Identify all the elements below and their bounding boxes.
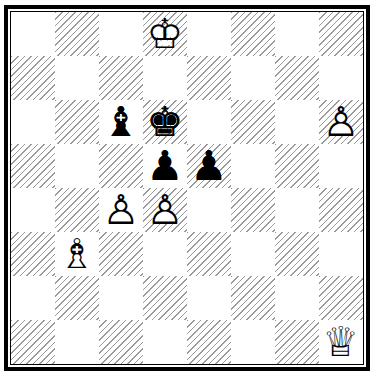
- square-e7: [187, 56, 231, 100]
- white-pawn-h6: ♟♙: [319, 100, 363, 144]
- square-f6: [231, 100, 275, 144]
- square-h4: [319, 188, 363, 232]
- square-c7: [99, 56, 143, 100]
- square-d4: ♟♙: [143, 188, 187, 232]
- square-h3: [319, 232, 363, 276]
- square-b3: ♝♗: [55, 232, 99, 276]
- square-a4: [11, 188, 55, 232]
- square-b4: [55, 188, 99, 232]
- square-b6: [55, 100, 99, 144]
- square-f1: [231, 320, 275, 364]
- black-bishop-icon: ♝: [99, 100, 143, 144]
- black-bishop-c6: ♝♝: [99, 100, 143, 144]
- square-a1: [11, 320, 55, 364]
- square-g3: [275, 232, 319, 276]
- square-h8: [319, 12, 363, 56]
- white-bishop-b3: ♝♗: [55, 232, 99, 276]
- square-a6: [11, 100, 55, 144]
- black-king-d6: ♚♚: [143, 100, 187, 144]
- square-f4: [231, 188, 275, 232]
- square-c1: [99, 320, 143, 364]
- square-f8: [231, 12, 275, 56]
- black-pawn-e5: ♟♟: [187, 144, 231, 188]
- square-b1: [55, 320, 99, 364]
- square-d8: ♚♔: [143, 12, 187, 56]
- square-a7: [11, 56, 55, 100]
- square-e8: [187, 12, 231, 56]
- square-b5: [55, 144, 99, 188]
- square-h1: ♛♕: [319, 320, 363, 364]
- white-queen-icon: ♕: [319, 320, 363, 364]
- square-a8: [11, 12, 55, 56]
- square-e4: [187, 188, 231, 232]
- square-b2: [55, 276, 99, 320]
- square-f3: [231, 232, 275, 276]
- square-g1: [275, 320, 319, 364]
- square-c3: [99, 232, 143, 276]
- square-c5: [99, 144, 143, 188]
- black-king-icon: ♚: [143, 100, 187, 144]
- square-g5: [275, 144, 319, 188]
- square-f5: [231, 144, 275, 188]
- chess-board: ♚♔♝♝♚♚♟♙♟♟♟♟♟♙♟♙♝♗♛♕: [11, 12, 363, 364]
- square-e3: [187, 232, 231, 276]
- square-d2: [143, 276, 187, 320]
- square-f7: [231, 56, 275, 100]
- square-b8: [55, 12, 99, 56]
- square-h5: [319, 144, 363, 188]
- square-f2: [231, 276, 275, 320]
- board-inner-border: ♚♔♝♝♚♚♟♙♟♟♟♟♟♙♟♙♝♗♛♕: [10, 11, 364, 365]
- white-pawn-icon: ♙: [319, 100, 363, 144]
- white-pawn-c4: ♟♙: [99, 188, 143, 232]
- square-a3: [11, 232, 55, 276]
- black-pawn-icon: ♟: [187, 144, 231, 188]
- square-g8: [275, 12, 319, 56]
- square-a5: [11, 144, 55, 188]
- white-king-icon: ♔: [143, 12, 187, 56]
- white-pawn-icon: ♙: [143, 188, 187, 232]
- square-e5: ♟♟: [187, 144, 231, 188]
- square-e6: [187, 100, 231, 144]
- white-pawn-d4: ♟♙: [143, 188, 187, 232]
- square-g4: [275, 188, 319, 232]
- square-c8: [99, 12, 143, 56]
- black-pawn-d5: ♟♟: [143, 144, 187, 188]
- black-pawn-icon: ♟: [143, 144, 187, 188]
- square-d6: ♚♚: [143, 100, 187, 144]
- square-c4: ♟♙: [99, 188, 143, 232]
- square-h6: ♟♙: [319, 100, 363, 144]
- square-d3: [143, 232, 187, 276]
- white-bishop-icon: ♗: [55, 232, 99, 276]
- white-king-d8: ♚♔: [143, 12, 187, 56]
- square-b7: [55, 56, 99, 100]
- square-c6: ♝♝: [99, 100, 143, 144]
- square-g6: [275, 100, 319, 144]
- square-g7: [275, 56, 319, 100]
- square-c2: [99, 276, 143, 320]
- square-g2: [275, 276, 319, 320]
- square-e2: [187, 276, 231, 320]
- white-pawn-icon: ♙: [99, 188, 143, 232]
- square-a2: [11, 276, 55, 320]
- diagram-frame: ♚♔♝♝♚♚♟♙♟♟♟♟♟♙♟♙♝♗♛♕: [4, 5, 370, 371]
- square-e1: [187, 320, 231, 364]
- square-h7: [319, 56, 363, 100]
- square-d7: [143, 56, 187, 100]
- white-queen-h1: ♛♕: [319, 320, 363, 364]
- square-h2: [319, 276, 363, 320]
- square-d5: ♟♟: [143, 144, 187, 188]
- square-d1: [143, 320, 187, 364]
